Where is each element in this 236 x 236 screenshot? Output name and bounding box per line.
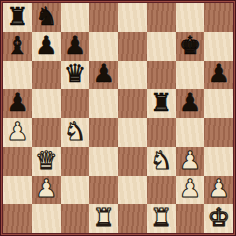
square-d1[interactable]: ♜: [89, 204, 118, 233]
square-f3[interactable]: ♞: [147, 147, 176, 176]
square-c3[interactable]: [61, 147, 90, 176]
square-g4[interactable]: [176, 118, 205, 147]
square-a3[interactable]: [3, 147, 32, 176]
square-h2[interactable]: ♟: [204, 176, 233, 205]
square-b6[interactable]: [32, 61, 61, 90]
square-d2[interactable]: [89, 176, 118, 205]
piece-black-pawn[interactable]: ♟: [64, 33, 86, 58]
square-f4[interactable]: [147, 118, 176, 147]
piece-white-king[interactable]: ♚: [207, 205, 229, 230]
square-d4[interactable]: [89, 118, 118, 147]
piece-white-knight[interactable]: ♞: [150, 148, 172, 173]
piece-white-pawn[interactable]: ♟: [35, 176, 57, 201]
piece-black-bishop[interactable]: ♝: [6, 33, 28, 58]
piece-black-pawn[interactable]: ♟: [92, 61, 114, 86]
square-e3[interactable]: [118, 147, 147, 176]
square-g6[interactable]: [176, 61, 205, 90]
piece-white-knight[interactable]: ♞: [64, 119, 86, 144]
square-a5[interactable]: ♟: [3, 89, 32, 118]
square-g1[interactable]: [176, 204, 205, 233]
chess-board-frame: ♜♞♝♟♟♚♛♟♟♟♜♟♟♞♛♞♟♟♟♟♜♜♚: [0, 0, 236, 236]
square-g7[interactable]: ♚: [176, 32, 205, 61]
square-h7[interactable]: [204, 32, 233, 61]
piece-black-pawn[interactable]: ♟: [179, 90, 201, 115]
piece-black-pawn[interactable]: ♟: [207, 61, 229, 86]
square-e5[interactable]: [118, 89, 147, 118]
square-g3[interactable]: ♟: [176, 147, 205, 176]
square-a1[interactable]: [3, 204, 32, 233]
piece-white-pawn[interactable]: ♟: [207, 176, 229, 201]
square-f1[interactable]: ♜: [147, 204, 176, 233]
square-h8[interactable]: [204, 3, 233, 32]
square-e1[interactable]: [118, 204, 147, 233]
square-h1[interactable]: ♚: [204, 204, 233, 233]
piece-black-queen[interactable]: ♛: [64, 61, 86, 86]
square-a2[interactable]: [3, 176, 32, 205]
square-g8[interactable]: [176, 3, 205, 32]
square-e6[interactable]: [118, 61, 147, 90]
square-d6[interactable]: ♟: [89, 61, 118, 90]
square-f8[interactable]: [147, 3, 176, 32]
piece-white-queen[interactable]: ♛: [35, 148, 57, 173]
square-e8[interactable]: [118, 3, 147, 32]
piece-black-knight[interactable]: ♞: [35, 4, 57, 29]
piece-white-pawn[interactable]: ♟: [179, 148, 201, 173]
square-h5[interactable]: [204, 89, 233, 118]
square-c1[interactable]: [61, 204, 90, 233]
piece-black-king[interactable]: ♚: [179, 33, 201, 58]
square-c7[interactable]: ♟: [61, 32, 90, 61]
square-b8[interactable]: ♞: [32, 3, 61, 32]
piece-white-pawn[interactable]: ♟: [179, 176, 201, 201]
square-b3[interactable]: ♛: [32, 147, 61, 176]
piece-black-rook[interactable]: ♜: [150, 90, 172, 115]
square-b5[interactable]: [32, 89, 61, 118]
square-f2[interactable]: [147, 176, 176, 205]
square-h4[interactable]: [204, 118, 233, 147]
square-d5[interactable]: [89, 89, 118, 118]
square-a8[interactable]: ♜: [3, 3, 32, 32]
square-e2[interactable]: [118, 176, 147, 205]
square-c4[interactable]: ♞: [61, 118, 90, 147]
square-e7[interactable]: [118, 32, 147, 61]
piece-white-pawn[interactable]: ♟: [6, 119, 28, 144]
square-d7[interactable]: [89, 32, 118, 61]
piece-black-rook[interactable]: ♜: [6, 4, 28, 29]
square-h3[interactable]: [204, 147, 233, 176]
square-g2[interactable]: ♟: [176, 176, 205, 205]
square-f6[interactable]: [147, 61, 176, 90]
square-f7[interactable]: [147, 32, 176, 61]
square-c6[interactable]: ♛: [61, 61, 90, 90]
square-h6[interactable]: ♟: [204, 61, 233, 90]
square-d3[interactable]: [89, 147, 118, 176]
square-b7[interactable]: ♟: [32, 32, 61, 61]
piece-white-rook[interactable]: ♜: [92, 205, 114, 230]
square-b1[interactable]: [32, 204, 61, 233]
square-c8[interactable]: [61, 3, 90, 32]
square-a6[interactable]: [3, 61, 32, 90]
square-c5[interactable]: [61, 89, 90, 118]
square-c2[interactable]: [61, 176, 90, 205]
piece-black-pawn[interactable]: ♟: [6, 90, 28, 115]
square-a7[interactable]: ♝: [3, 32, 32, 61]
square-f5[interactable]: ♜: [147, 89, 176, 118]
square-b2[interactable]: ♟: [32, 176, 61, 205]
square-a4[interactable]: ♟: [3, 118, 32, 147]
piece-white-rook[interactable]: ♜: [150, 205, 172, 230]
piece-black-pawn[interactable]: ♟: [35, 33, 57, 58]
square-e4[interactable]: [118, 118, 147, 147]
square-g5[interactable]: ♟: [176, 89, 205, 118]
square-b4[interactable]: [32, 118, 61, 147]
chess-board: ♜♞♝♟♟♚♛♟♟♟♜♟♟♞♛♞♟♟♟♟♜♜♚: [3, 3, 233, 233]
square-d8[interactable]: [89, 3, 118, 32]
